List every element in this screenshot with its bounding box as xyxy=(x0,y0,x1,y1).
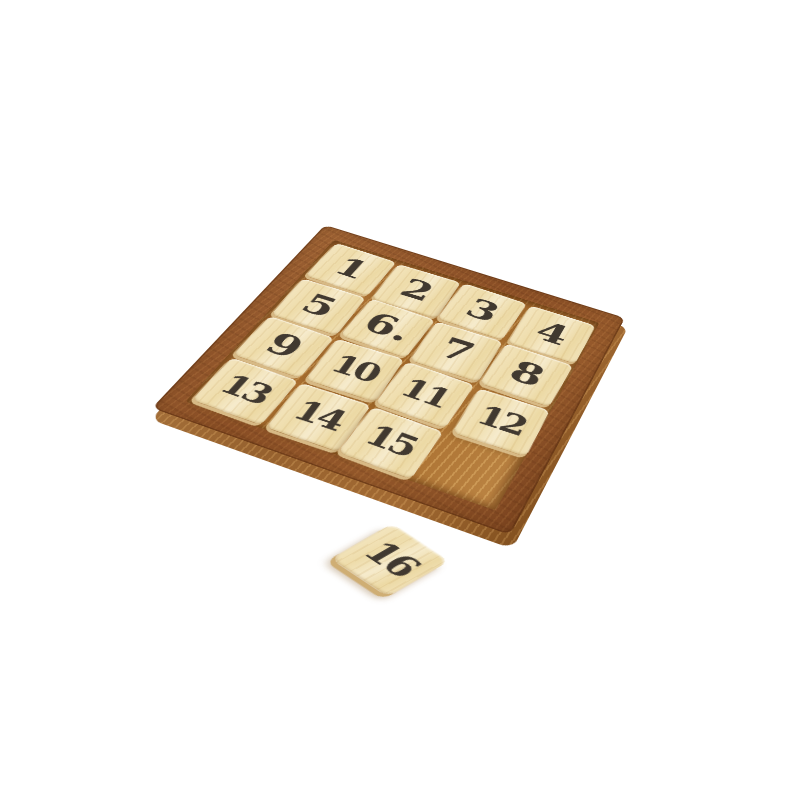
tile-10-label: 10 xyxy=(325,350,383,386)
tile-16[interactable]: 16 xyxy=(331,523,450,597)
tile-1-label: 1 xyxy=(329,253,374,283)
tile-2-label: 2 xyxy=(395,275,439,306)
tile-13-label: 13 xyxy=(214,370,276,408)
tile-4-label: 4 xyxy=(531,317,573,350)
board-tray-floor: 1 2 3 4 5 6. 7 8 9 10 11 12 13 14 15 xyxy=(185,240,599,511)
tile-5-label: 5 xyxy=(296,290,343,322)
tile-12-label: 12 xyxy=(472,401,530,439)
tile-6-label: 6. xyxy=(358,308,419,346)
tile-16-label: 16 xyxy=(357,537,427,581)
tile-3-label: 3 xyxy=(461,294,505,326)
tile-14-label: 14 xyxy=(287,396,349,435)
tile-grid: 1 2 3 4 5 6. 7 8 9 10 11 12 13 14 15 xyxy=(190,242,596,507)
board-scene: 1 2 3 4 5 6. 7 8 9 10 11 12 13 14 15 xyxy=(152,225,625,535)
tile-9-label: 9 xyxy=(259,328,310,363)
tile-7-label: 7 xyxy=(435,333,480,367)
tile-11-label: 11 xyxy=(395,374,454,412)
loose-tile-wrap: 16 xyxy=(331,523,450,597)
tile-8-label: 8 xyxy=(504,356,550,391)
tile-15-label: 15 xyxy=(359,420,421,461)
puzzle-board-frame: 1 2 3 4 5 6. 7 8 9 10 11 12 13 14 15 xyxy=(152,225,625,535)
product-photo: 1 2 3 4 5 6. 7 8 9 10 11 12 13 14 15 xyxy=(0,0,800,800)
